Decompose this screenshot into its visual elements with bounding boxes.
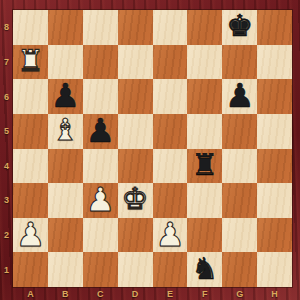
square-b8[interactable] — [48, 10, 83, 45]
square-c7[interactable] — [83, 45, 118, 80]
square-a4[interactable] — [13, 149, 48, 184]
rank-label-3: 3 — [0, 183, 13, 218]
file-labels: ABCDEFGH — [13, 287, 292, 300]
rank-label-5: 5 — [0, 114, 13, 149]
black-king-g8[interactable]: ♚ — [226, 11, 253, 41]
square-h7[interactable] — [257, 45, 292, 80]
square-c3[interactable]: ♟ — [83, 183, 118, 218]
black-rook-f4[interactable]: ♜ — [191, 150, 218, 180]
square-b3[interactable] — [48, 183, 83, 218]
square-c8[interactable] — [83, 10, 118, 45]
file-label-d: D — [118, 287, 153, 300]
square-d2[interactable] — [118, 218, 153, 253]
square-e7[interactable] — [153, 45, 188, 80]
square-h5[interactable] — [257, 114, 292, 149]
rank-label-4: 4 — [0, 149, 13, 184]
square-f2[interactable] — [187, 218, 222, 253]
square-a2[interactable]: ♟ — [13, 218, 48, 253]
file-label-e: E — [153, 287, 188, 300]
square-a3[interactable] — [13, 183, 48, 218]
square-f1[interactable]: ♞ — [187, 252, 222, 287]
white-rook-a7[interactable]: ♜ — [17, 46, 44, 76]
square-b1[interactable] — [48, 252, 83, 287]
square-h1[interactable] — [257, 252, 292, 287]
square-g2[interactable] — [222, 218, 257, 253]
square-c2[interactable] — [83, 218, 118, 253]
square-e1[interactable] — [153, 252, 188, 287]
rank-label-7: 7 — [0, 45, 13, 80]
square-f4[interactable]: ♜ — [187, 149, 222, 184]
square-a7[interactable]: ♜ — [13, 45, 48, 80]
square-g7[interactable] — [222, 45, 257, 80]
square-e3[interactable] — [153, 183, 188, 218]
square-f8[interactable] — [187, 10, 222, 45]
square-h6[interactable] — [257, 79, 292, 114]
chess-board: ♚♜♟♟♝♟♜♟♚♟♟♞ — [13, 10, 292, 287]
white-king-d3[interactable]: ♚ — [122, 184, 149, 214]
file-label-a: A — [13, 287, 48, 300]
square-b5[interactable]: ♝ — [48, 114, 83, 149]
square-e5[interactable] — [153, 114, 188, 149]
square-e4[interactable] — [153, 149, 188, 184]
square-e8[interactable] — [153, 10, 188, 45]
black-pawn-b6[interactable]: ♟ — [51, 79, 81, 112]
square-c1[interactable] — [83, 252, 118, 287]
square-g8[interactable]: ♚ — [222, 10, 257, 45]
white-bishop-b5[interactable]: ♝ — [52, 115, 79, 145]
square-h4[interactable] — [257, 149, 292, 184]
file-label-f: F — [187, 287, 222, 300]
square-b7[interactable] — [48, 45, 83, 80]
square-d4[interactable] — [118, 149, 153, 184]
square-h2[interactable] — [257, 218, 292, 253]
square-a5[interactable] — [13, 114, 48, 149]
square-c5[interactable]: ♟ — [83, 114, 118, 149]
square-d3[interactable]: ♚ — [118, 183, 153, 218]
square-b4[interactable] — [48, 149, 83, 184]
square-g5[interactable] — [222, 114, 257, 149]
square-g4[interactable] — [222, 149, 257, 184]
file-label-g: G — [222, 287, 257, 300]
square-h3[interactable] — [257, 183, 292, 218]
square-d8[interactable] — [118, 10, 153, 45]
square-d7[interactable] — [118, 45, 153, 80]
file-label-b: B — [48, 287, 83, 300]
square-b2[interactable] — [48, 218, 83, 253]
square-d6[interactable] — [118, 79, 153, 114]
square-b6[interactable]: ♟ — [48, 79, 83, 114]
black-pawn-g6[interactable]: ♟ — [225, 79, 255, 112]
square-g6[interactable]: ♟ — [222, 79, 257, 114]
rank-label-1: 1 — [0, 252, 13, 287]
black-knight-f1[interactable]: ♞ — [191, 254, 218, 284]
square-c6[interactable] — [83, 79, 118, 114]
square-d1[interactable] — [118, 252, 153, 287]
square-h8[interactable] — [257, 10, 292, 45]
square-g1[interactable] — [222, 252, 257, 287]
file-label-c: C — [83, 287, 118, 300]
rank-label-2: 2 — [0, 218, 13, 253]
square-a1[interactable] — [13, 252, 48, 287]
square-e2[interactable]: ♟ — [153, 218, 188, 253]
white-pawn-a2[interactable]: ♟ — [16, 218, 46, 251]
square-a8[interactable] — [13, 10, 48, 45]
rank-labels: 87654321 — [0, 10, 13, 287]
chess-app-window: ♚♜♟♟♝♟♜♟♚♟♟♞ 87654321 ABCDEFGH — [0, 0, 300, 300]
square-f6[interactable] — [187, 79, 222, 114]
square-f5[interactable] — [187, 114, 222, 149]
square-f7[interactable] — [187, 45, 222, 80]
rank-label-6: 6 — [0, 79, 13, 114]
white-pawn-e2[interactable]: ♟ — [155, 218, 185, 251]
white-pawn-c3[interactable]: ♟ — [85, 183, 115, 216]
square-d5[interactable] — [118, 114, 153, 149]
square-a6[interactable] — [13, 79, 48, 114]
file-label-h: H — [257, 287, 292, 300]
square-c4[interactable] — [83, 149, 118, 184]
square-g3[interactable] — [222, 183, 257, 218]
square-f3[interactable] — [187, 183, 222, 218]
black-pawn-c5[interactable]: ♟ — [85, 114, 115, 147]
rank-label-8: 8 — [0, 10, 13, 45]
square-e6[interactable] — [153, 79, 188, 114]
